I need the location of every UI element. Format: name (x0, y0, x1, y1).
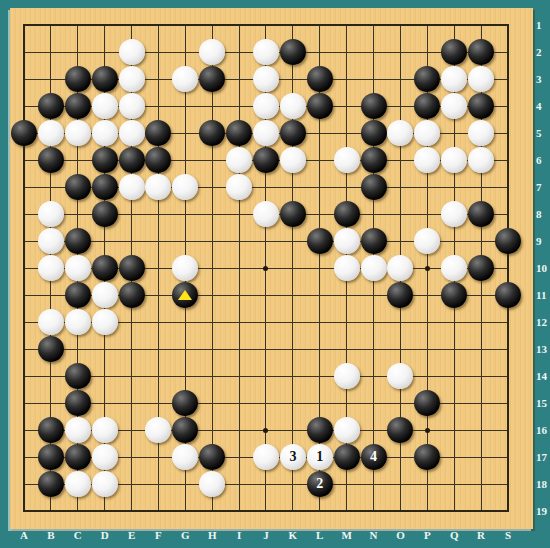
row-label-12: 12 (536, 316, 547, 328)
go-board[interactable]: 3142ABCDEFGHIJKLMNOPQRS12345678910111213… (0, 0, 550, 548)
row-label-1: 1 (536, 19, 542, 31)
stone-J17[interactable] (253, 444, 279, 470)
stone-N4[interactable] (361, 93, 387, 119)
column-label-E: E (128, 529, 135, 541)
stone-N10[interactable] (361, 255, 387, 281)
stone-B16[interactable] (38, 417, 64, 443)
stone-D7[interactable] (92, 174, 118, 200)
stone-L4[interactable] (307, 93, 333, 119)
stone-J3[interactable] (253, 66, 279, 92)
column-label-H: H (208, 529, 217, 541)
stone-D10[interactable] (92, 255, 118, 281)
column-label-M: M (341, 529, 351, 541)
stone-B6[interactable] (38, 147, 64, 173)
column-label-D: D (101, 529, 109, 541)
stone-K8[interactable] (280, 201, 306, 227)
stone-C7[interactable] (65, 174, 91, 200)
row-label-3: 3 (536, 73, 542, 85)
stone-D17[interactable] (92, 444, 118, 470)
stone-M8[interactable] (334, 201, 360, 227)
stone-E5[interactable] (119, 120, 145, 146)
stone-R10[interactable] (468, 255, 494, 281)
stone-E7[interactable] (119, 174, 145, 200)
stone-B4[interactable] (38, 93, 64, 119)
row-label-2: 2 (536, 46, 542, 58)
stone-R8[interactable] (468, 201, 494, 227)
stone-K5[interactable] (280, 120, 306, 146)
stone-B10[interactable] (38, 255, 64, 281)
column-label-S: S (505, 529, 511, 541)
stone-M9[interactable] (334, 228, 360, 254)
stone-I6[interactable] (226, 147, 252, 173)
column-label-L: L (316, 529, 323, 541)
stone-D16[interactable] (92, 417, 118, 443)
star-point (425, 428, 430, 433)
row-label-11: 11 (536, 289, 546, 301)
stone-E10[interactable] (119, 255, 145, 281)
stone-B17[interactable] (38, 444, 64, 470)
stone-L9[interactable] (307, 228, 333, 254)
row-label-15: 15 (536, 397, 547, 409)
stone-L3[interactable] (307, 66, 333, 92)
row-label-9: 9 (536, 235, 542, 247)
stone-R4[interactable] (468, 93, 494, 119)
stone-R6[interactable] (468, 147, 494, 173)
stone-S9[interactable] (495, 228, 521, 254)
stone-K4[interactable] (280, 93, 306, 119)
stone-C5[interactable] (65, 120, 91, 146)
stone-N7[interactable] (361, 174, 387, 200)
row-label-16: 16 (536, 424, 547, 436)
stone-L17[interactable]: 1 (307, 444, 333, 470)
column-label-C: C (74, 529, 82, 541)
column-label-A: A (20, 529, 28, 541)
stone-C17[interactable] (65, 444, 91, 470)
stone-M17[interactable] (334, 444, 360, 470)
stone-E4[interactable] (119, 93, 145, 119)
row-label-5: 5 (536, 127, 542, 139)
stone-K17[interactable]: 3 (280, 444, 306, 470)
column-label-K: K (289, 529, 298, 541)
row-label-10: 10 (536, 262, 547, 274)
row-label-17: 17 (536, 451, 547, 463)
row-label-14: 14 (536, 370, 547, 382)
stone-D6[interactable] (92, 147, 118, 173)
row-label-8: 8 (536, 208, 542, 220)
stone-M6[interactable] (334, 147, 360, 173)
row-label-4: 4 (536, 100, 542, 112)
move-number-label: 1 (316, 450, 323, 464)
stone-D4[interactable] (92, 93, 118, 119)
stone-D8[interactable] (92, 201, 118, 227)
go-diagram: 3142ABCDEFGHIJKLMNOPQRS12345678910111213… (0, 0, 550, 548)
column-label-F: F (155, 529, 162, 541)
stone-R2[interactable] (468, 39, 494, 65)
stone-C16[interactable] (65, 417, 91, 443)
column-label-N: N (370, 529, 378, 541)
stone-C18[interactable] (65, 471, 91, 497)
stone-K6[interactable] (280, 147, 306, 173)
stone-D5[interactable] (92, 120, 118, 146)
column-label-J: J (263, 529, 269, 541)
stone-E3[interactable] (119, 66, 145, 92)
column-label-B: B (47, 529, 54, 541)
stone-C4[interactable] (65, 93, 91, 119)
stone-J6[interactable] (253, 147, 279, 173)
star-point (425, 266, 430, 271)
stone-K2[interactable] (280, 39, 306, 65)
stone-D12[interactable] (92, 309, 118, 335)
stone-M14[interactable] (334, 363, 360, 389)
column-label-I: I (237, 529, 241, 541)
stone-R3[interactable] (468, 66, 494, 92)
stone-N17[interactable]: 4 (361, 444, 387, 470)
stone-E11[interactable] (119, 282, 145, 308)
triangle-marker-icon (178, 290, 192, 300)
move-number-label: 4 (370, 450, 377, 464)
stone-N9[interactable] (361, 228, 387, 254)
stone-C15[interactable] (65, 390, 91, 416)
stone-L18[interactable]: 2 (307, 471, 333, 497)
stone-B13[interactable] (38, 336, 64, 362)
column-label-O: O (396, 529, 405, 541)
column-label-P: P (424, 529, 431, 541)
stone-R5[interactable] (468, 120, 494, 146)
stone-I7[interactable] (226, 174, 252, 200)
stone-J5[interactable] (253, 120, 279, 146)
stone-S11[interactable] (495, 282, 521, 308)
stone-D3[interactable] (92, 66, 118, 92)
stone-J2[interactable] (253, 39, 279, 65)
stone-B8[interactable] (38, 201, 64, 227)
stone-J8[interactable] (253, 201, 279, 227)
stone-C11[interactable] (65, 282, 91, 308)
column-label-Q: Q (450, 529, 459, 541)
stone-C12[interactable] (65, 309, 91, 335)
row-label-18: 18 (536, 478, 547, 490)
stone-B9[interactable] (38, 228, 64, 254)
move-number-label: 3 (289, 450, 296, 464)
stone-C9[interactable] (65, 228, 91, 254)
stone-C10[interactable] (65, 255, 91, 281)
stone-D11[interactable] (92, 282, 118, 308)
stone-J4[interactable] (253, 93, 279, 119)
stone-I5[interactable] (226, 120, 252, 146)
stone-A5[interactable] (11, 120, 37, 146)
column-label-R: R (477, 529, 485, 541)
stone-L16[interactable] (307, 417, 333, 443)
stone-M10[interactable] (334, 255, 360, 281)
stone-B5[interactable] (38, 120, 64, 146)
row-label-19: 19 (536, 505, 547, 517)
row-label-7: 7 (536, 181, 542, 193)
stone-E6[interactable] (119, 147, 145, 173)
stone-C3[interactable] (65, 66, 91, 92)
stone-N5[interactable] (361, 120, 387, 146)
stone-B18[interactable] (38, 471, 64, 497)
stone-B12[interactable] (38, 309, 64, 335)
column-label-G: G (181, 529, 190, 541)
move-number-label: 2 (316, 477, 323, 491)
row-label-6: 6 (536, 154, 542, 166)
stone-N6[interactable] (361, 147, 387, 173)
stone-D18[interactable] (92, 471, 118, 497)
row-label-13: 13 (536, 343, 547, 355)
stone-M16[interactable] (334, 417, 360, 443)
stone-E2[interactable] (119, 39, 145, 65)
stone-C14[interactable] (65, 363, 91, 389)
